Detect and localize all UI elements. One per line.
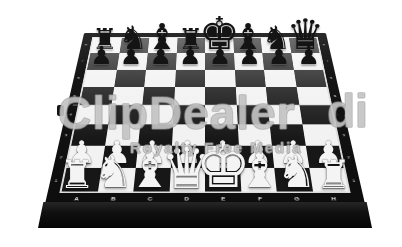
white-rook[interactable]: ♜ (59, 155, 94, 194)
chess-photo: 87654321 87654321 ABCDEFGH ♜♞♝♜♚♝♞♛♟♟♟♟♟… (0, 0, 402, 247)
white-knight[interactable]: ♞ (277, 150, 317, 194)
file-label-h: H (315, 196, 353, 201)
square-f6[interactable] (234, 69, 265, 86)
white-bishop[interactable]: ♝ (238, 147, 282, 196)
black-pawn[interactable]: ♟ (209, 44, 231, 69)
square-b5[interactable] (111, 87, 144, 105)
black-pawn[interactable]: ♟ (297, 44, 319, 69)
square-b6[interactable] (114, 69, 146, 86)
square-a6[interactable] (83, 69, 116, 86)
square-g4[interactable] (268, 105, 302, 125)
square-h6[interactable] (293, 69, 326, 86)
square-d4[interactable] (173, 105, 205, 125)
board-hinge-left (57, 105, 64, 116)
black-pawn[interactable]: ♟ (268, 44, 290, 69)
square-c5[interactable] (142, 87, 174, 105)
square-h4[interactable] (299, 105, 334, 125)
square-c4[interactable] (140, 105, 173, 125)
square-e6[interactable] (205, 69, 235, 86)
black-pawn[interactable]: ♟ (90, 44, 112, 69)
file-label-a: A (58, 196, 96, 201)
square-a4[interactable] (76, 105, 111, 125)
square-d5[interactable] (174, 87, 205, 105)
square-a5[interactable] (80, 87, 114, 105)
black-pawn[interactable]: ♟ (120, 44, 142, 69)
white-rook[interactable]: ♜ (316, 155, 351, 194)
square-d6[interactable] (175, 69, 205, 86)
black-pawn[interactable]: ♟ (149, 44, 171, 69)
square-b4[interactable] (108, 105, 142, 125)
square-g6[interactable] (264, 69, 296, 86)
square-e5[interactable] (205, 87, 236, 105)
black-pawn[interactable]: ♟ (238, 44, 260, 69)
square-f4[interactable] (236, 105, 269, 125)
board-hinge-right (338, 105, 345, 116)
square-g5[interactable] (266, 87, 299, 105)
square-f5[interactable] (235, 87, 267, 105)
board-base (38, 202, 372, 228)
black-pawn[interactable]: ♟ (179, 44, 201, 69)
square-c6[interactable] (144, 69, 175, 86)
square-h5[interactable] (296, 87, 330, 105)
square-e4[interactable] (205, 105, 237, 125)
